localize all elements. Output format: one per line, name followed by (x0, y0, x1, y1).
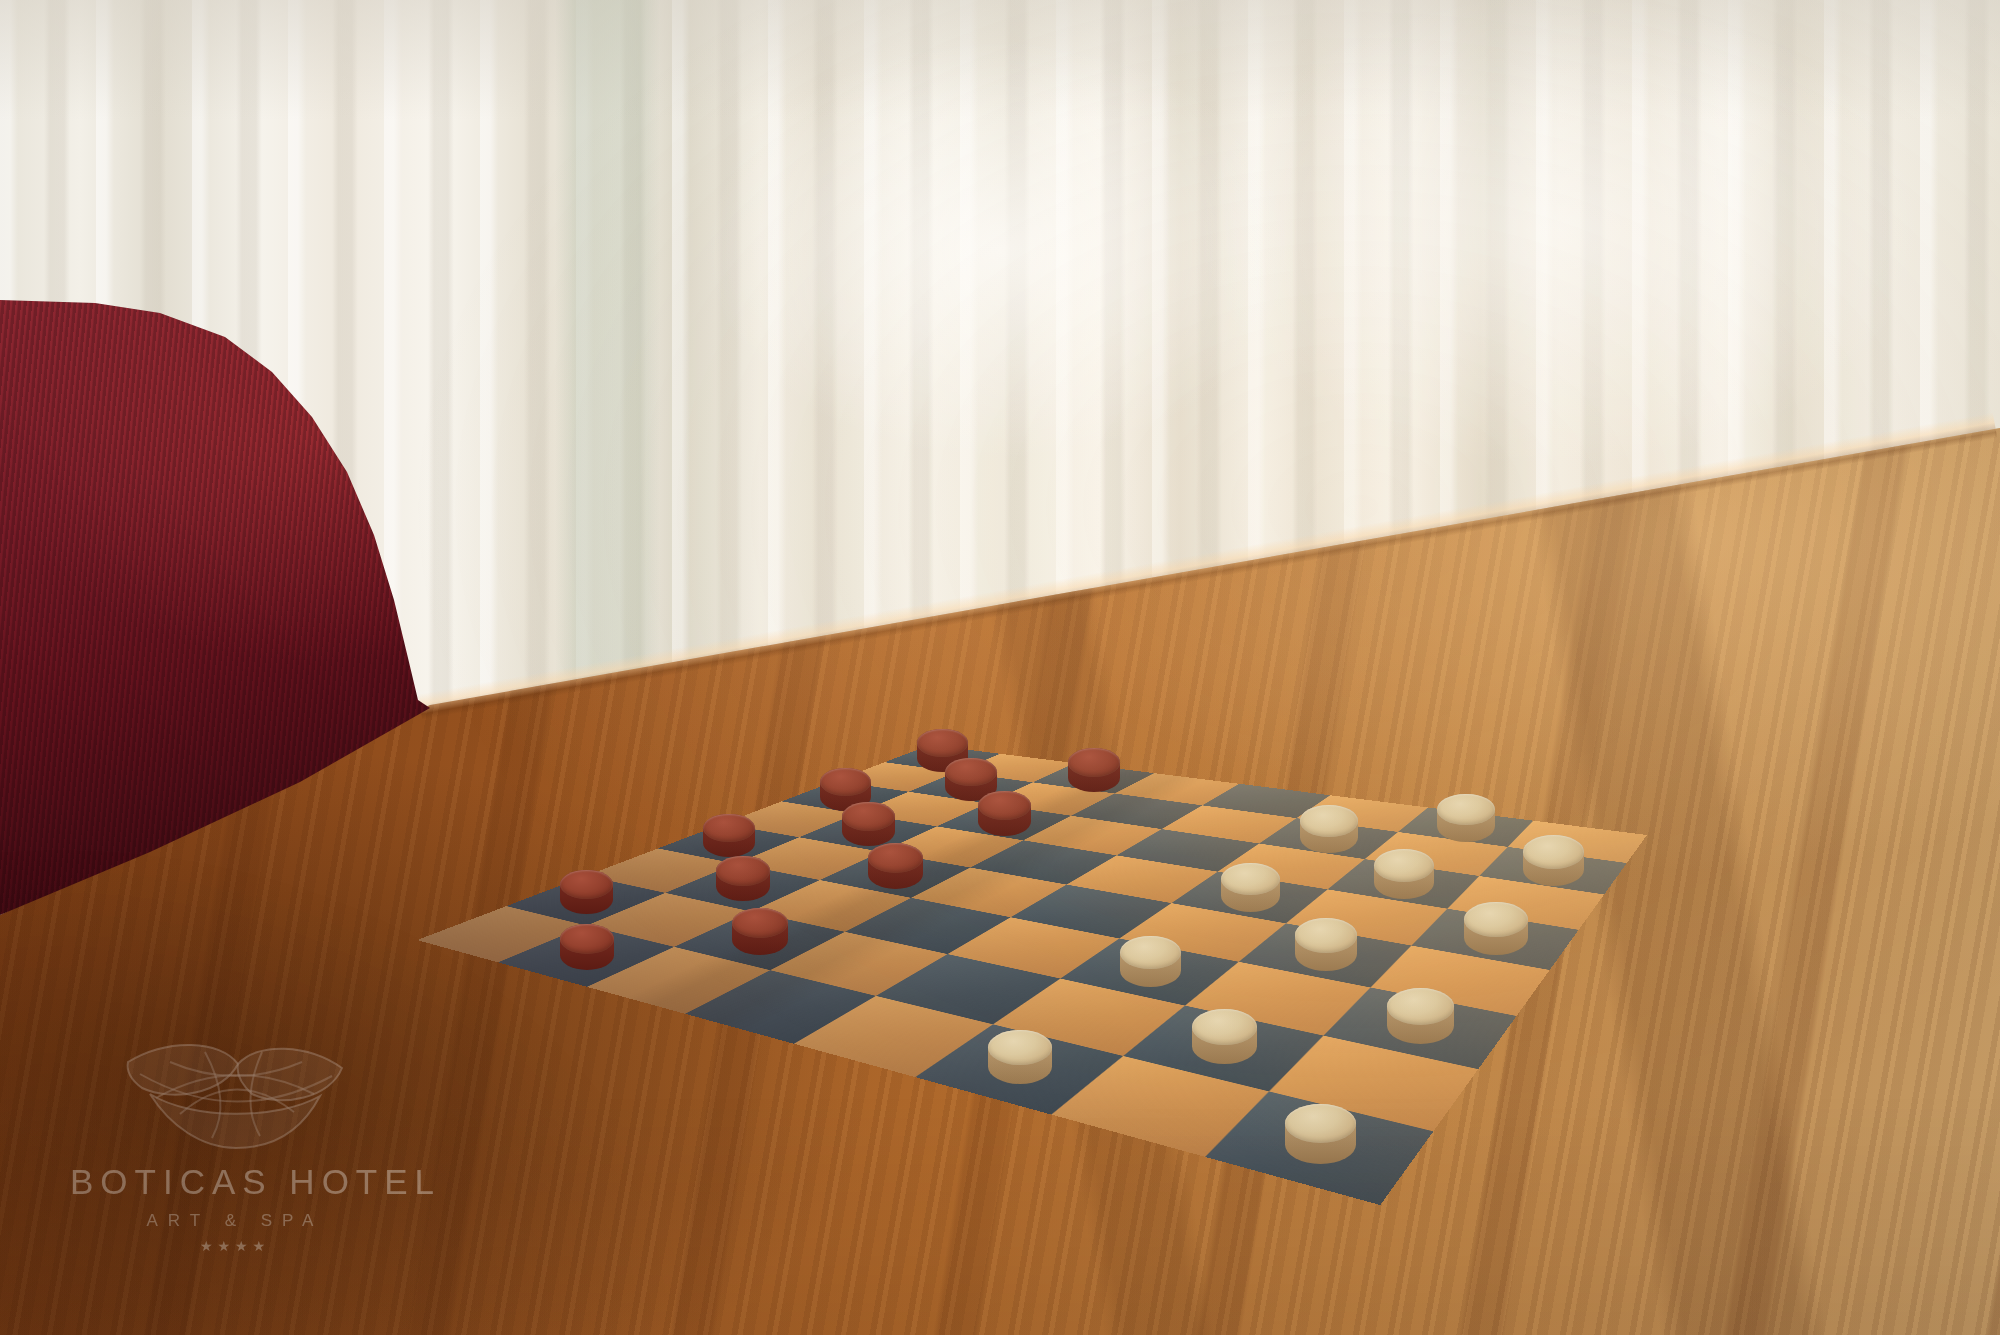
hotel-room-checkers-photo: BOTICAS HOTEL ART & SPA ★★★★ (0, 0, 2000, 1335)
